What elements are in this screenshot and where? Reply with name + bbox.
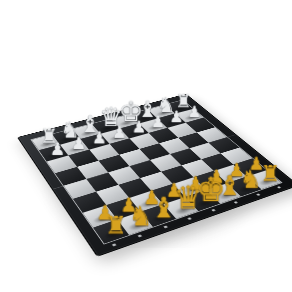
gold-knight: ♞ xyxy=(127,203,154,230)
silver-pawn: ♟ xyxy=(108,125,130,141)
silver-pawn: ♟ xyxy=(67,135,90,152)
screw-dot xyxy=(112,243,117,246)
scene: ♜♞♝♛♚♝♞♜♟♟♟♟♟♟♟♟♟♟♟♟♟♟♟♟♜♞♝♛♚♝♞♜ xyxy=(0,0,292,292)
silver-pawn: ♟ xyxy=(166,109,187,125)
silver-pawn: ♟ xyxy=(128,119,150,135)
silver-pawn: ♟ xyxy=(46,141,69,158)
silver-pawn: ♟ xyxy=(147,114,168,130)
screw-dot xyxy=(234,201,239,204)
gold-bishop: ♝ xyxy=(151,193,177,222)
screw-dot xyxy=(163,225,168,228)
screw-dot xyxy=(277,186,282,189)
screw-dot xyxy=(138,234,143,237)
silver-pawn: ♟ xyxy=(184,105,205,120)
gold-rook: ♜ xyxy=(103,214,130,239)
screw-dot xyxy=(188,217,193,220)
screw-dot xyxy=(256,193,261,196)
silver-pawn: ♟ xyxy=(88,130,110,146)
gold-queen: ♛ xyxy=(174,183,200,215)
screw-dot xyxy=(211,209,216,212)
